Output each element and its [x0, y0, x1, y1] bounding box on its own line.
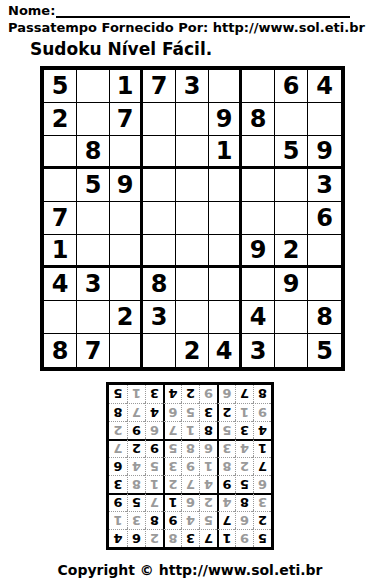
puzzle-cell-r2c4	[143, 103, 176, 136]
solution-cell-r9c5: 2	[181, 385, 199, 403]
solution-cell-r2c7: 8	[145, 511, 163, 529]
solution-cell-r4c6: 2	[163, 475, 181, 493]
puzzle-cell-r6c3	[110, 235, 143, 268]
solution-cell-r3c8: 5	[127, 493, 145, 511]
solution-cell-r8c2: 1	[235, 403, 253, 421]
puzzle-cell-r2c2	[77, 103, 110, 136]
solution-cell-r1c6: 8	[163, 529, 181, 547]
puzzle-cell-r4c9: 3	[308, 169, 341, 202]
solution-cell-r1c2: 9	[235, 529, 253, 547]
name-row: Nome:	[8, 3, 350, 18]
solution-cell-r2c1: 2	[253, 511, 271, 529]
solution-cell-r7c8: 9	[127, 421, 145, 439]
puzzle-cell-r6c4	[143, 235, 176, 268]
puzzle-cell-r8c5	[176, 301, 209, 334]
solution-cell-r7c9: 2	[109, 421, 127, 439]
puzzle-cell-r9c4	[143, 334, 176, 367]
solution-cell-r2c5: 4	[181, 511, 199, 529]
solution-cell-r8c5: 5	[181, 403, 199, 421]
solution-cell-r3c6: 1	[163, 493, 181, 511]
puzzle-cell-r1c8: 6	[275, 70, 308, 103]
puzzle-cell-r7c7	[242, 268, 275, 301]
puzzle-cell-r5c6	[209, 202, 242, 235]
puzzle-cell-r4c5	[176, 169, 209, 202]
name-label: Nome:	[8, 3, 55, 18]
solution-cell-r9c9: 5	[109, 385, 127, 403]
puzzle-cell-r1c1: 5	[44, 70, 77, 103]
puzzle-cell-r6c1: 1	[44, 235, 77, 268]
puzzle-cell-r3c8: 5	[275, 136, 308, 169]
solution-cell-r4c5: 7	[181, 475, 199, 493]
puzzle-cell-r7c5	[176, 268, 209, 301]
solution-cell-r8c1: 9	[253, 403, 271, 421]
puzzle-cell-r1c7	[242, 70, 275, 103]
sudoku-solution-grid: 5917382642675498313842617596594721837281…	[106, 382, 274, 550]
solution-cell-r6c2: 4	[235, 439, 253, 457]
puzzle-cell-r2c9	[308, 103, 341, 136]
puzzle-cell-r4c4	[143, 169, 176, 202]
puzzle-cell-r1c5: 3	[176, 70, 209, 103]
solution-cell-r9c2: 7	[235, 385, 253, 403]
puzzle-cell-r9c9: 5	[308, 334, 341, 367]
solution-cell-r5c6: 3	[163, 457, 181, 475]
solution-cell-r7c5: 1	[181, 421, 199, 439]
puzzle-cell-r5c7	[242, 202, 275, 235]
solution-cell-r7c1: 4	[253, 421, 271, 439]
solution-cell-r4c8: 8	[127, 475, 145, 493]
puzzle-cell-r4c6	[209, 169, 242, 202]
puzzle-cell-r6c9	[308, 235, 341, 268]
solution-cell-r2c2: 6	[235, 511, 253, 529]
solution-cell-r1c7: 2	[145, 529, 163, 547]
puzzle-cell-r9c3	[110, 334, 143, 367]
solution-cell-r7c4: 8	[199, 421, 217, 439]
puzzle-cell-r8c8	[275, 301, 308, 334]
solution-cell-r7c6: 7	[163, 421, 181, 439]
puzzle-cell-r8c7: 4	[242, 301, 275, 334]
solution-cell-r6c1: 1	[253, 439, 271, 457]
puzzle-cell-r9c7: 3	[242, 334, 275, 367]
solution-cell-r5c8: 4	[127, 457, 145, 475]
solution-cell-r6c5: 8	[181, 439, 199, 457]
solution-cell-r9c8: 1	[127, 385, 145, 403]
solution-cell-r7c7: 6	[145, 421, 163, 439]
solution-cell-r6c4: 6	[199, 439, 217, 457]
solution-cell-r8c4: 3	[199, 403, 217, 421]
puzzle-cell-r5c9: 6	[308, 202, 341, 235]
puzzle-cell-r4c2: 5	[77, 169, 110, 202]
solution-cell-r8c6: 6	[163, 403, 181, 421]
solution-cell-r9c1: 8	[253, 385, 271, 403]
solution-cell-r3c7: 7	[145, 493, 163, 511]
solution-cell-r4c2: 5	[235, 475, 253, 493]
puzzle-cell-r7c4: 8	[143, 268, 176, 301]
provided-by-text: Passatempo Fornecido Por: http://www.sol…	[8, 20, 376, 35]
puzzle-cell-r5c4	[143, 202, 176, 235]
puzzle-cell-r8c3: 2	[110, 301, 143, 334]
name-underline	[56, 3, 350, 18]
solution-cell-r9c3: 6	[217, 385, 235, 403]
puzzle-cell-r8c6	[209, 301, 242, 334]
puzzle-cell-r4c3: 9	[110, 169, 143, 202]
puzzle-cell-r6c7: 9	[242, 235, 275, 268]
puzzle-cell-r5c5	[176, 202, 209, 235]
solution-cell-r9c7: 3	[145, 385, 163, 403]
solution-cell-r2c3: 7	[217, 511, 235, 529]
puzzle-cell-r6c2	[77, 235, 110, 268]
puzzle-cell-r7c9	[308, 268, 341, 301]
solution-cell-r2c4: 5	[199, 511, 217, 529]
solution-cell-r8c8: 7	[127, 403, 145, 421]
solution-cell-r3c2: 8	[235, 493, 253, 511]
solution-cell-r6c7: 9	[145, 439, 163, 457]
solution-cell-r8c7: 4	[145, 403, 163, 421]
solution-cell-r3c1: 3	[253, 493, 271, 511]
puzzle-cell-r9c8	[275, 334, 308, 367]
puzzle-cell-r1c6	[209, 70, 242, 103]
puzzle-cell-r5c3	[110, 202, 143, 235]
puzzle-cell-r2c1: 2	[44, 103, 77, 136]
puzzle-cell-r8c9: 8	[308, 301, 341, 334]
solution-cell-r7c2: 3	[235, 421, 253, 439]
puzzle-cell-r1c2	[77, 70, 110, 103]
solution-cell-r9c4: 9	[199, 385, 217, 403]
puzzle-cell-r3c9: 9	[308, 136, 341, 169]
puzzle-cell-r4c8	[275, 169, 308, 202]
solution-cell-r5c2: 2	[235, 457, 253, 475]
solution-cell-r5c1: 7	[253, 457, 271, 475]
solution-cell-r1c1: 5	[253, 529, 271, 547]
puzzle-cell-r3c4	[143, 136, 176, 169]
solution-cell-r8c3: 2	[217, 403, 235, 421]
sudoku-puzzle-grid: 517364279881595937619243892348872435	[40, 66, 345, 371]
puzzle-cell-r8c4: 3	[143, 301, 176, 334]
solution-cell-r6c9: 7	[109, 439, 127, 457]
puzzle-cell-r6c5	[176, 235, 209, 268]
solution-cell-r4c1: 6	[253, 475, 271, 493]
puzzle-cell-r8c2	[77, 301, 110, 334]
puzzle-cell-r3c5	[176, 136, 209, 169]
solution-cell-r5c9: 6	[109, 457, 127, 475]
puzzle-cell-r7c1: 4	[44, 268, 77, 301]
puzzle-cell-r3c2: 8	[77, 136, 110, 169]
solution-cell-r5c4: 1	[199, 457, 217, 475]
solution-cell-r1c4: 7	[199, 529, 217, 547]
puzzle-cell-r3c7	[242, 136, 275, 169]
puzzle-cell-r2c3: 7	[110, 103, 143, 136]
puzzle-cell-r2c8	[275, 103, 308, 136]
copyright-text: Copyright © http://www.sol.eti.br	[0, 562, 380, 578]
solution-cell-r3c5: 6	[181, 493, 199, 511]
solution-cell-r5c7: 5	[145, 457, 163, 475]
puzzle-cell-r9c1: 8	[44, 334, 77, 367]
solution-cell-r3c3: 4	[217, 493, 235, 511]
solution-cell-r2c9: 1	[109, 511, 127, 529]
solution-cell-r6c6: 5	[163, 439, 181, 457]
puzzle-cell-r1c4: 7	[143, 70, 176, 103]
solution-cell-r1c8: 6	[127, 529, 145, 547]
solution-cell-r1c5: 3	[181, 529, 199, 547]
solution-cell-r1c3: 1	[217, 529, 235, 547]
puzzle-cell-r1c3: 1	[110, 70, 143, 103]
puzzle-cell-r9c6: 4	[209, 334, 242, 367]
puzzle-cell-r2c7: 8	[242, 103, 275, 136]
solution-cell-r4c9: 3	[109, 475, 127, 493]
solution-cell-r4c7: 1	[145, 475, 163, 493]
solution-cell-r1c9: 4	[109, 529, 127, 547]
puzzle-cell-r3c1	[44, 136, 77, 169]
page-title: Sudoku Nível Fácil.	[30, 39, 380, 59]
solution-cell-r9c6: 4	[163, 385, 181, 403]
puzzle-cell-r3c6: 1	[209, 136, 242, 169]
puzzle-cell-r7c2: 3	[77, 268, 110, 301]
puzzle-cell-r9c5: 2	[176, 334, 209, 367]
solution-cell-r8c9: 8	[109, 403, 127, 421]
solution-cell-r5c3: 8	[217, 457, 235, 475]
solution-cell-r7c3: 5	[217, 421, 235, 439]
puzzle-cell-r8c1	[44, 301, 77, 334]
puzzle-cell-r2c5	[176, 103, 209, 136]
puzzle-cell-r6c6	[209, 235, 242, 268]
puzzle-cell-r9c2: 7	[77, 334, 110, 367]
solution-cell-r6c8: 2	[127, 439, 145, 457]
puzzle-cell-r4c7	[242, 169, 275, 202]
puzzle-cell-r7c8: 9	[275, 268, 308, 301]
puzzle-cell-r5c2	[77, 202, 110, 235]
puzzle-cell-r5c1: 7	[44, 202, 77, 235]
solution-cell-r5c5: 9	[181, 457, 199, 475]
puzzle-cell-r5c8	[275, 202, 308, 235]
solution-cell-r6c3: 3	[217, 439, 235, 457]
puzzle-cell-r1c9: 4	[308, 70, 341, 103]
solution-cell-r2c6: 9	[163, 511, 181, 529]
puzzle-cell-r7c6	[209, 268, 242, 301]
puzzle-cell-r4c1	[44, 169, 77, 202]
puzzle-cell-r7c3	[110, 268, 143, 301]
puzzle-cell-r3c3	[110, 136, 143, 169]
solution-cell-r3c4: 2	[199, 493, 217, 511]
puzzle-cell-r2c6: 9	[209, 103, 242, 136]
solution-cell-r3c9: 9	[109, 493, 127, 511]
solution-cell-r4c3: 9	[217, 475, 235, 493]
puzzle-cell-r6c8: 2	[275, 235, 308, 268]
solution-cell-r2c8: 3	[127, 511, 145, 529]
solution-cell-r4c4: 4	[199, 475, 217, 493]
